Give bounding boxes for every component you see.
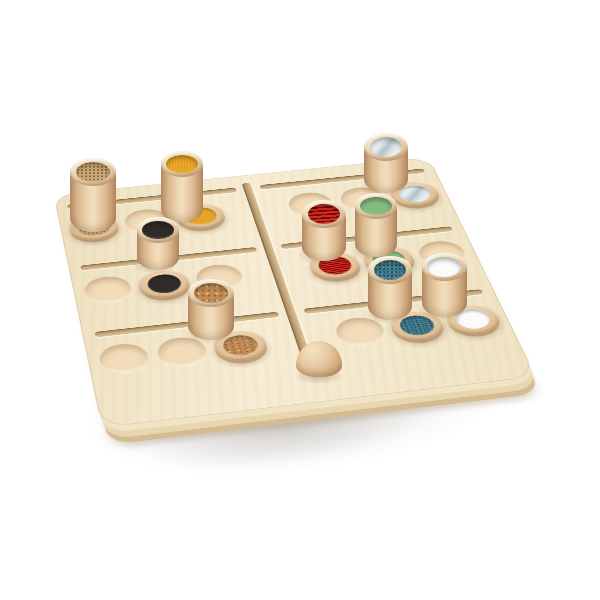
cylinder-top [422, 253, 467, 281]
cylinder-top [302, 200, 346, 228]
cylinder-top [70, 158, 116, 186]
cylinder-cork[interactable] [188, 279, 234, 340]
yellow-texture [166, 155, 197, 174]
cylinder-black[interactable] [137, 217, 179, 270]
cylinder-top [355, 193, 397, 219]
white-texture [427, 257, 460, 277]
cylinder-top [188, 279, 234, 307]
cylinder-green[interactable] [355, 193, 397, 257]
cylinder-mirror[interactable] [364, 133, 408, 193]
red-texture [308, 204, 341, 224]
cylinder-white[interactable] [422, 253, 467, 317]
cylinder-yellow[interactable] [161, 151, 203, 222]
teal-texture [374, 260, 407, 280]
woven-texture [76, 162, 110, 182]
mirror-texture [370, 137, 403, 157]
green-texture [360, 197, 391, 216]
cylinder-woven[interactable] [70, 158, 116, 232]
cylinder-top [161, 151, 203, 177]
cylinder-top [364, 133, 408, 161]
cylinder-top [137, 217, 179, 243]
product-photo-scene [0, 0, 600, 600]
cylinder-red[interactable] [302, 200, 346, 261]
dome-slider-knob[interactable] [296, 341, 342, 377]
black-texture [142, 221, 173, 240]
cylinder-teal[interactable] [368, 256, 412, 320]
cylinder-top [368, 256, 412, 284]
pieces-layer [0, 0, 600, 600]
cork-texture [194, 283, 228, 303]
